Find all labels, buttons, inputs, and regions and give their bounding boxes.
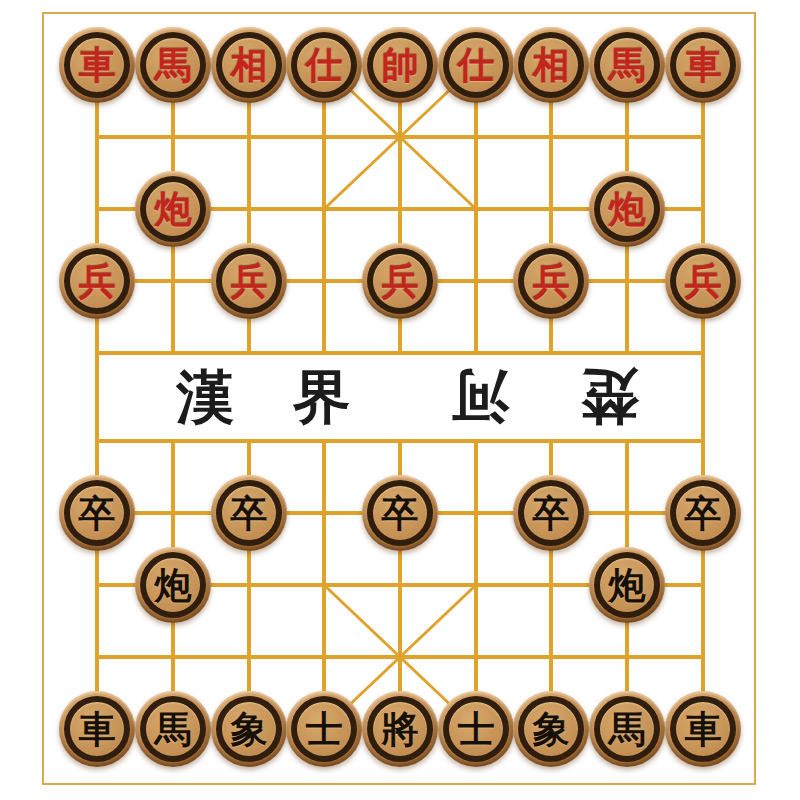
river-label: 河 <box>451 368 509 426</box>
piece-character: 兵 <box>665 243 741 319</box>
black-horse[interactable]: 馬 <box>589 691 665 767</box>
piece-character: 車 <box>665 27 741 103</box>
black-general[interactable]: 將 <box>362 691 438 767</box>
red-horse[interactable]: 馬 <box>589 27 665 103</box>
piece-character: 象 <box>513 691 589 767</box>
black-cannon[interactable]: 炮 <box>589 547 665 623</box>
black-advisor[interactable]: 士 <box>438 691 514 767</box>
red-elephant[interactable]: 相 <box>211 27 287 103</box>
piece-character: 炮 <box>135 547 211 623</box>
piece-character: 馬 <box>589 27 665 103</box>
piece-character: 車 <box>59 691 135 767</box>
black-soldier[interactable]: 卒 <box>513 475 589 551</box>
piece-character: 士 <box>286 691 362 767</box>
red-chariot[interactable]: 車 <box>59 27 135 103</box>
black-chariot[interactable]: 車 <box>665 691 741 767</box>
black-soldier[interactable]: 卒 <box>59 475 135 551</box>
black-cannon[interactable]: 炮 <box>135 547 211 623</box>
river-label: 楚 <box>581 368 639 426</box>
red-soldier[interactable]: 兵 <box>362 243 438 319</box>
black-elephant[interactable]: 象 <box>513 691 589 767</box>
piece-character: 兵 <box>59 243 135 319</box>
piece-character: 卒 <box>362 475 438 551</box>
piece-character: 兵 <box>513 243 589 319</box>
piece-character: 炮 <box>135 171 211 247</box>
black-elephant[interactable]: 象 <box>211 691 287 767</box>
piece-character: 馬 <box>135 691 211 767</box>
red-horse[interactable]: 馬 <box>135 27 211 103</box>
red-elephant[interactable]: 相 <box>513 27 589 103</box>
red-soldier[interactable]: 兵 <box>59 243 135 319</box>
piece-character: 仕 <box>438 27 514 103</box>
red-general[interactable]: 帥 <box>362 27 438 103</box>
red-cannon[interactable]: 炮 <box>135 171 211 247</box>
piece-character: 馬 <box>589 691 665 767</box>
piece-character: 象 <box>211 691 287 767</box>
piece-character: 將 <box>362 691 438 767</box>
board-grid <box>0 0 800 800</box>
black-soldier[interactable]: 卒 <box>362 475 438 551</box>
river-label: 漢 <box>176 368 234 426</box>
piece-character: 帥 <box>362 27 438 103</box>
black-horse[interactable]: 馬 <box>135 691 211 767</box>
black-advisor[interactable]: 士 <box>286 691 362 767</box>
piece-character: 卒 <box>665 475 741 551</box>
red-soldier[interactable]: 兵 <box>211 243 287 319</box>
river-label: 界 <box>293 368 351 426</box>
piece-character: 車 <box>665 691 741 767</box>
piece-character: 車 <box>59 27 135 103</box>
red-soldier[interactable]: 兵 <box>665 243 741 319</box>
piece-character: 卒 <box>59 475 135 551</box>
red-soldier[interactable]: 兵 <box>513 243 589 319</box>
piece-character: 兵 <box>211 243 287 319</box>
red-advisor[interactable]: 仕 <box>438 27 514 103</box>
piece-character: 士 <box>438 691 514 767</box>
piece-character: 馬 <box>135 27 211 103</box>
piece-character: 炮 <box>589 547 665 623</box>
piece-character: 卒 <box>513 475 589 551</box>
piece-character: 炮 <box>589 171 665 247</box>
black-soldier[interactable]: 卒 <box>665 475 741 551</box>
red-advisor[interactable]: 仕 <box>286 27 362 103</box>
piece-character: 相 <box>513 27 589 103</box>
black-soldier[interactable]: 卒 <box>211 475 287 551</box>
red-chariot[interactable]: 車 <box>665 27 741 103</box>
piece-character: 相 <box>211 27 287 103</box>
black-chariot[interactable]: 車 <box>59 691 135 767</box>
piece-character: 兵 <box>362 243 438 319</box>
red-cannon[interactable]: 炮 <box>589 171 665 247</box>
piece-character: 卒 <box>211 475 287 551</box>
piece-character: 仕 <box>286 27 362 103</box>
